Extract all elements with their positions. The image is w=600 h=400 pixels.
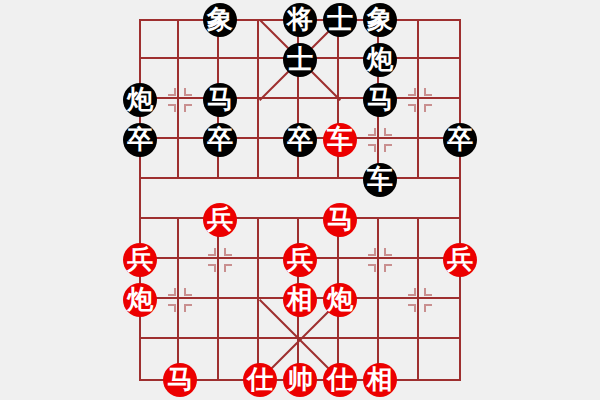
xiangqi-diagram: 象将士象士炮炮马马卒卒卒车卒车兵马兵兵兵炮相炮马仕帅仕相 [0, 0, 600, 400]
board-cell [139, 179, 179, 219]
point-marker [384, 248, 392, 256]
point-marker [368, 248, 376, 256]
point-marker [224, 248, 232, 256]
piece-red-cannon[interactable]: 炮 [123, 283, 157, 317]
piece-black-cannon[interactable]: 炮 [363, 43, 397, 77]
board-cell [419, 179, 459, 219]
piece-red-soldier[interactable]: 兵 [283, 243, 317, 277]
piece-red-advisor[interactable]: 仕 [243, 363, 277, 397]
piece-red-soldier[interactable]: 兵 [203, 203, 237, 237]
piece-red-elephant[interactable]: 相 [283, 283, 317, 317]
point-marker [408, 304, 416, 312]
piece-red-horse[interactable]: 马 [163, 363, 197, 397]
point-marker [168, 88, 176, 96]
piece-red-chariot[interactable]: 车 [323, 123, 357, 157]
point-marker [368, 264, 376, 272]
board-cell [419, 19, 459, 59]
piece-black-soldier[interactable]: 卒 [203, 123, 237, 157]
point-marker [384, 128, 392, 136]
point-marker [184, 104, 192, 112]
point-marker [184, 288, 192, 296]
piece-black-chariot[interactable]: 车 [363, 163, 397, 197]
point-marker [368, 144, 376, 152]
point-marker [408, 88, 416, 96]
point-marker [168, 304, 176, 312]
board-cell [419, 339, 459, 379]
point-marker [224, 264, 232, 272]
piece-black-soldier[interactable]: 卒 [443, 123, 477, 157]
piece-red-general[interactable]: 帅 [283, 363, 317, 397]
xiangqi-board: 象将士象士炮炮马马卒卒卒车卒车兵马兵兵兵炮相炮马仕帅仕相 [140, 20, 460, 380]
point-marker [384, 144, 392, 152]
point-marker [208, 264, 216, 272]
board-cell [219, 299, 259, 339]
point-marker [368, 128, 376, 136]
piece-black-soldier[interactable]: 卒 [283, 123, 317, 157]
piece-black-horse[interactable]: 马 [203, 83, 237, 117]
point-marker [168, 288, 176, 296]
point-marker [168, 104, 176, 112]
piece-red-horse[interactable]: 马 [323, 203, 357, 237]
piece-black-elephant[interactable]: 象 [363, 3, 397, 37]
piece-red-soldier[interactable]: 兵 [123, 243, 157, 277]
point-marker [208, 248, 216, 256]
piece-red-advisor[interactable]: 仕 [323, 363, 357, 397]
piece-black-cannon[interactable]: 炮 [123, 83, 157, 117]
point-marker [424, 88, 432, 96]
piece-black-advisor[interactable]: 士 [283, 43, 317, 77]
point-marker [408, 288, 416, 296]
point-marker [424, 288, 432, 296]
point-marker [408, 104, 416, 112]
point-marker [184, 304, 192, 312]
point-marker [424, 304, 432, 312]
point-marker [384, 264, 392, 272]
board-cell [259, 179, 299, 219]
piece-red-cannon[interactable]: 炮 [323, 283, 357, 317]
piece-black-elephant[interactable]: 象 [203, 3, 237, 37]
board-cell [139, 19, 179, 59]
point-marker [424, 104, 432, 112]
point-marker [184, 88, 192, 96]
piece-red-elephant[interactable]: 相 [363, 363, 397, 397]
piece-black-soldier[interactable]: 卒 [123, 123, 157, 157]
piece-red-soldier[interactable]: 兵 [443, 243, 477, 277]
piece-black-general[interactable]: 将 [283, 3, 317, 37]
piece-black-advisor[interactable]: 士 [323, 3, 357, 37]
piece-black-horse[interactable]: 马 [363, 83, 397, 117]
